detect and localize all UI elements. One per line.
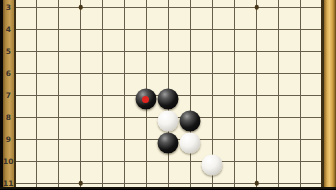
point-c3-r8[interactable] bbox=[48, 106, 70, 128]
point-c15-r9[interactable] bbox=[312, 128, 325, 150]
black-stone bbox=[135, 89, 156, 110]
point-c7-r5[interactable] bbox=[136, 40, 158, 62]
point-c6-r10[interactable] bbox=[114, 150, 136, 172]
point-c6-r8[interactable] bbox=[114, 106, 136, 128]
point-c1-r3[interactable] bbox=[14, 0, 26, 18]
point-c2-r5[interactable] bbox=[26, 40, 48, 62]
point-c8-r11[interactable] bbox=[158, 172, 180, 186]
point-c15-r10[interactable] bbox=[312, 150, 325, 172]
point-c10-r10[interactable] bbox=[202, 150, 224, 172]
point-c12-r9[interactable] bbox=[246, 128, 268, 150]
point-c9-r3[interactable] bbox=[180, 0, 202, 18]
point-c6-r4[interactable] bbox=[114, 18, 136, 40]
point-c11-r8[interactable] bbox=[224, 106, 246, 128]
point-c4-r9[interactable] bbox=[70, 128, 92, 150]
black-stone bbox=[157, 133, 178, 154]
point-c2-r10[interactable] bbox=[26, 150, 48, 172]
point-c12-r4[interactable] bbox=[246, 18, 268, 40]
point-c10-r9[interactable] bbox=[202, 128, 224, 150]
point-c6-r11[interactable] bbox=[114, 172, 136, 186]
point-c2-r3[interactable] bbox=[26, 0, 48, 18]
point-c11-r10[interactable] bbox=[224, 150, 246, 172]
point-c3-r11[interactable] bbox=[48, 172, 70, 186]
letterbox-left bbox=[0, 0, 3, 189]
point-c9-r5[interactable] bbox=[180, 40, 202, 62]
point-c9-r8[interactable] bbox=[180, 106, 202, 128]
point-c15-r11[interactable] bbox=[312, 172, 325, 186]
point-c5-r4[interactable] bbox=[92, 18, 114, 40]
point-c7-r11[interactable] bbox=[136, 172, 158, 186]
point-c7-r3[interactable] bbox=[136, 0, 158, 18]
point-c3-r10[interactable] bbox=[48, 150, 70, 172]
gomoku-board-screenshot: 34567891011 bbox=[0, 0, 336, 189]
row-label: 8 bbox=[3, 112, 14, 123]
point-c5-r8[interactable] bbox=[92, 106, 114, 128]
point-c6-r3[interactable] bbox=[114, 0, 136, 18]
point-c15-r7[interactable] bbox=[312, 84, 325, 106]
point-c11-r9[interactable] bbox=[224, 128, 246, 150]
point-c11-r11[interactable] bbox=[224, 172, 246, 186]
row-label: 7 bbox=[3, 90, 14, 101]
point-c1-r8[interactable] bbox=[14, 106, 26, 128]
point-c4-r10[interactable] bbox=[70, 150, 92, 172]
point-c4-r7[interactable] bbox=[70, 84, 92, 106]
point-c8-r3[interactable] bbox=[158, 0, 180, 18]
point-c14-r8[interactable] bbox=[290, 106, 312, 128]
point-c10-r5[interactable] bbox=[202, 40, 224, 62]
point-c10-r8[interactable] bbox=[202, 106, 224, 128]
point-c2-r7[interactable] bbox=[26, 84, 48, 106]
point-c7-r10[interactable] bbox=[136, 150, 158, 172]
row-label: 10 bbox=[3, 156, 14, 167]
white-stone bbox=[201, 155, 222, 176]
point-c9-r6[interactable] bbox=[180, 62, 202, 84]
point-c3-r9[interactable] bbox=[48, 128, 70, 150]
point-c13-r4[interactable] bbox=[268, 18, 290, 40]
point-c11-r4[interactable] bbox=[224, 18, 246, 40]
point-c12-r6[interactable] bbox=[246, 62, 268, 84]
point-c7-r4[interactable] bbox=[136, 18, 158, 40]
point-c11-r6[interactable] bbox=[224, 62, 246, 84]
white-stone bbox=[157, 111, 178, 132]
row-label: 3 bbox=[3, 2, 14, 13]
point-c1-r6[interactable] bbox=[14, 62, 26, 84]
point-c1-r5[interactable] bbox=[14, 40, 26, 62]
black-stone bbox=[157, 89, 178, 110]
point-c1-r7[interactable] bbox=[14, 84, 26, 106]
point-c15-r4[interactable] bbox=[312, 18, 325, 40]
point-c12-r3[interactable] bbox=[246, 0, 268, 18]
point-c12-r5[interactable] bbox=[246, 40, 268, 62]
point-c10-r4[interactable] bbox=[202, 18, 224, 40]
point-c5-r5[interactable] bbox=[92, 40, 114, 62]
point-c7-r6[interactable] bbox=[136, 62, 158, 84]
board-grid bbox=[14, 0, 325, 187]
last-move-marker bbox=[142, 96, 149, 103]
point-c6-r9[interactable] bbox=[114, 128, 136, 150]
point-c5-r11[interactable] bbox=[92, 172, 114, 186]
point-c1-r9[interactable] bbox=[14, 128, 26, 150]
point-c10-r7[interactable] bbox=[202, 84, 224, 106]
point-c9-r4[interactable] bbox=[180, 18, 202, 40]
goban-surface bbox=[14, 0, 325, 187]
point-c11-r3[interactable] bbox=[224, 0, 246, 18]
point-c8-r7[interactable] bbox=[158, 84, 180, 106]
point-c3-r3[interactable] bbox=[48, 0, 70, 18]
black-stone bbox=[179, 111, 200, 132]
point-c12-r11[interactable] bbox=[246, 172, 268, 186]
point-c2-r9[interactable] bbox=[26, 128, 48, 150]
star-point bbox=[254, 181, 259, 186]
point-c14-r4[interactable] bbox=[290, 18, 312, 40]
star-point bbox=[78, 181, 83, 186]
point-c7-r7[interactable] bbox=[136, 84, 158, 106]
point-c5-r7[interactable] bbox=[92, 84, 114, 106]
point-c2-r6[interactable] bbox=[26, 62, 48, 84]
point-c9-r7[interactable] bbox=[180, 84, 202, 106]
point-c14-r10[interactable] bbox=[290, 150, 312, 172]
point-c12-r10[interactable] bbox=[246, 150, 268, 172]
point-c10-r6[interactable] bbox=[202, 62, 224, 84]
point-c3-r6[interactable] bbox=[48, 62, 70, 84]
point-c11-r5[interactable] bbox=[224, 40, 246, 62]
point-c4-r3[interactable] bbox=[70, 0, 92, 18]
point-c12-r7[interactable] bbox=[246, 84, 268, 106]
point-c6-r5[interactable] bbox=[114, 40, 136, 62]
point-c2-r4[interactable] bbox=[26, 18, 48, 40]
point-c13-r7[interactable] bbox=[268, 84, 290, 106]
point-c4-r11[interactable] bbox=[70, 172, 92, 186]
point-c13-r10[interactable] bbox=[268, 150, 290, 172]
point-c8-r6[interactable] bbox=[158, 62, 180, 84]
point-c9-r11[interactable] bbox=[180, 172, 202, 186]
point-c12-r8[interactable] bbox=[246, 106, 268, 128]
point-c2-r8[interactable] bbox=[26, 106, 48, 128]
row-label: 6 bbox=[3, 68, 14, 79]
point-c3-r5[interactable] bbox=[48, 40, 70, 62]
point-c13-r6[interactable] bbox=[268, 62, 290, 84]
point-c8-r5[interactable] bbox=[158, 40, 180, 62]
point-c14-r9[interactable] bbox=[290, 128, 312, 150]
point-c13-r5[interactable] bbox=[268, 40, 290, 62]
point-c13-r11[interactable] bbox=[268, 172, 290, 186]
point-c14-r6[interactable] bbox=[290, 62, 312, 84]
point-c2-r11[interactable] bbox=[26, 172, 48, 186]
point-c15-r5[interactable] bbox=[312, 40, 325, 62]
point-c4-r8[interactable] bbox=[70, 106, 92, 128]
point-c14-r11[interactable] bbox=[290, 172, 312, 186]
point-c5-r9[interactable] bbox=[92, 128, 114, 150]
point-c1-r10[interactable] bbox=[14, 150, 26, 172]
row-coordinates: 34567891011 bbox=[3, 0, 14, 187]
point-c13-r9[interactable] bbox=[268, 128, 290, 150]
point-c1-r11[interactable] bbox=[14, 172, 26, 186]
board-frame-right bbox=[324, 0, 336, 187]
point-c13-r3[interactable] bbox=[268, 0, 290, 18]
point-c4-r6[interactable] bbox=[70, 62, 92, 84]
point-c5-r6[interactable] bbox=[92, 62, 114, 84]
point-c13-r8[interactable] bbox=[268, 106, 290, 128]
point-c11-r7[interactable] bbox=[224, 84, 246, 106]
point-c1-r4[interactable] bbox=[14, 18, 26, 40]
star-point bbox=[254, 5, 259, 10]
point-c15-r8[interactable] bbox=[312, 106, 325, 128]
row-label: 4 bbox=[3, 24, 14, 35]
point-c7-r9[interactable] bbox=[136, 128, 158, 150]
point-c8-r4[interactable] bbox=[158, 18, 180, 40]
white-stone bbox=[179, 133, 200, 154]
point-c3-r4[interactable] bbox=[48, 18, 70, 40]
row-label: 5 bbox=[3, 46, 14, 57]
letterbox-bottom bbox=[0, 187, 336, 190]
point-c6-r6[interactable] bbox=[114, 62, 136, 84]
point-c4-r5[interactable] bbox=[70, 40, 92, 62]
point-c4-r4[interactable] bbox=[70, 18, 92, 40]
point-c5-r10[interactable] bbox=[92, 150, 114, 172]
row-label: 9 bbox=[3, 134, 14, 145]
point-c15-r3[interactable] bbox=[312, 0, 325, 18]
point-c5-r3[interactable] bbox=[92, 0, 114, 18]
point-c14-r3[interactable] bbox=[290, 0, 312, 18]
star-point bbox=[78, 5, 83, 10]
point-c3-r7[interactable] bbox=[48, 84, 70, 106]
point-c10-r3[interactable] bbox=[202, 0, 224, 18]
point-c6-r7[interactable] bbox=[114, 84, 136, 106]
point-c14-r7[interactable] bbox=[290, 84, 312, 106]
point-c14-r5[interactable] bbox=[290, 40, 312, 62]
point-c15-r6[interactable] bbox=[312, 62, 325, 84]
